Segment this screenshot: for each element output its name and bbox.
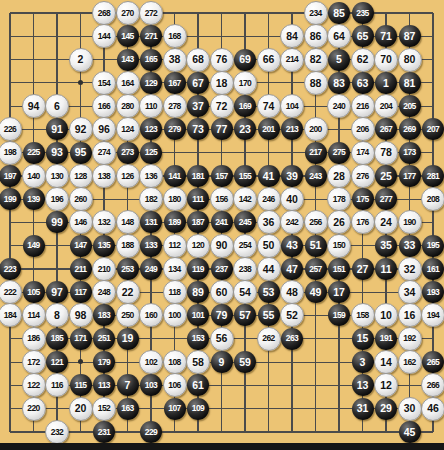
stone-white-10: 10 [374, 303, 398, 327]
stone-black-177: 177 [399, 165, 421, 187]
stone-white-124: 124 [116, 117, 140, 141]
stone-white-106: 106 [163, 373, 187, 397]
stone-black-199: 199 [0, 188, 21, 210]
stone-black-3: 3 [352, 351, 374, 373]
stone-white-118: 118 [163, 280, 187, 304]
stone-black-167: 167 [164, 72, 186, 94]
stone-black-231: 231 [93, 421, 115, 443]
stone-black-181: 181 [187, 165, 209, 187]
stone-white-116: 116 [45, 373, 69, 397]
stone-black-73: 73 [187, 118, 209, 140]
stone-white-52: 52 [280, 303, 304, 327]
stone-black-37: 37 [187, 95, 209, 117]
stone-white-168: 168 [163, 24, 187, 48]
stone-black-103: 103 [140, 374, 162, 396]
stone-black-95: 95 [70, 142, 92, 164]
stone-black-91: 91 [46, 118, 68, 140]
stone-white-226: 226 [0, 117, 22, 141]
stone-black-29: 29 [375, 398, 397, 420]
stone-black-151: 151 [328, 258, 350, 280]
stone-white-120: 120 [186, 234, 210, 258]
stone-black-191: 191 [375, 328, 397, 350]
stone-black-267: 267 [375, 118, 397, 140]
stone-white-122: 122 [22, 373, 46, 397]
stone-black-61: 61 [187, 374, 209, 396]
stone-white-34: 34 [398, 280, 422, 304]
stone-black-69: 69 [234, 49, 256, 71]
stone-black-23: 23 [234, 118, 256, 140]
stone-white-240: 240 [327, 94, 351, 118]
stone-black-265: 265 [422, 351, 444, 373]
stone-white-96: 96 [92, 117, 116, 141]
stone-white-14: 14 [374, 350, 398, 374]
stone-black-99: 99 [46, 211, 68, 233]
stone-white-150: 150 [327, 234, 351, 258]
stone-white-36: 36 [257, 210, 281, 234]
stone-white-148: 148 [116, 210, 140, 234]
stone-white-24: 24 [374, 210, 398, 234]
stone-black-275: 275 [328, 142, 350, 164]
stone-white-144: 144 [92, 24, 116, 48]
stone-white-22: 22 [116, 280, 140, 304]
stone-white-94: 94 [22, 94, 46, 118]
stone-white-194: 194 [421, 303, 444, 327]
stone-white-174: 174 [351, 141, 375, 165]
stone-white-254: 254 [233, 234, 257, 258]
stone-white-30: 30 [398, 397, 422, 421]
stone-white-54: 54 [233, 280, 257, 304]
stone-white-242: 242 [280, 210, 304, 234]
stone-white-160: 160 [139, 303, 163, 327]
stone-white-74: 74 [257, 94, 281, 118]
stone-black-205: 205 [399, 95, 421, 117]
stone-white-248: 248 [92, 280, 116, 304]
stone-black-277: 277 [375, 188, 397, 210]
stone-white-126: 126 [116, 164, 140, 188]
stone-black-9: 9 [211, 351, 233, 373]
stone-white-66: 66 [257, 48, 281, 72]
stone-white-138: 138 [92, 164, 116, 188]
stone-black-141: 141 [164, 165, 186, 187]
stone-white-190: 190 [398, 210, 422, 234]
stone-black-71: 71 [375, 25, 397, 47]
stone-white-280: 280 [116, 94, 140, 118]
stone-black-113: 113 [93, 374, 115, 396]
stone-white-270: 270 [116, 1, 140, 25]
stone-white-166: 166 [92, 94, 116, 118]
stone-white-64: 64 [327, 24, 351, 48]
stone-black-273: 273 [117, 142, 139, 164]
stone-black-153: 153 [187, 328, 209, 350]
stone-white-90: 90 [210, 234, 234, 258]
stone-black-121: 121 [46, 351, 68, 373]
stone-black-157: 157 [211, 165, 233, 187]
stone-black-257: 257 [305, 258, 327, 280]
stone-white-198: 198 [0, 141, 22, 165]
stone-black-109: 109 [187, 398, 209, 420]
stone-white-182: 182 [139, 187, 163, 211]
stone-black-57: 57 [234, 304, 256, 326]
stone-black-159: 159 [328, 304, 350, 326]
stone-black-123: 123 [140, 118, 162, 140]
stone-black-63: 63 [352, 72, 374, 94]
stone-white-268: 268 [92, 1, 116, 25]
stone-white-276: 276 [351, 164, 375, 188]
stone-black-117: 117 [70, 281, 92, 303]
stone-white-98: 98 [69, 303, 93, 327]
stone-black-217: 217 [305, 142, 327, 164]
stone-black-53: 53 [258, 281, 280, 303]
stone-white-112: 112 [163, 234, 187, 258]
stone-black-169: 169 [234, 95, 256, 117]
stone-black-125: 125 [140, 142, 162, 164]
stone-white-68: 68 [186, 48, 210, 72]
stone-black-15: 15 [352, 328, 374, 350]
stone-white-146: 146 [69, 210, 93, 234]
stone-black-155: 155 [234, 165, 256, 187]
stone-black-17: 17 [328, 281, 350, 303]
stone-white-250: 250 [116, 303, 140, 327]
stone-white-76: 76 [210, 48, 234, 72]
stone-white-266: 266 [421, 373, 444, 397]
stone-white-192: 192 [398, 327, 422, 351]
stone-black-175: 175 [352, 188, 374, 210]
stone-black-11: 11 [375, 258, 397, 280]
stone-white-102: 102 [139, 350, 163, 374]
stone-black-51: 51 [305, 235, 327, 257]
stone-white-142: 142 [233, 187, 257, 211]
stone-white-162: 162 [398, 350, 422, 374]
stone-white-196: 196 [45, 187, 69, 211]
stone-black-145: 145 [117, 25, 139, 47]
stone-white-86: 86 [304, 24, 328, 48]
stone-white-262: 262 [257, 327, 281, 351]
stone-white-272: 272 [139, 1, 163, 25]
stone-white-256: 256 [304, 210, 328, 234]
stone-white-206: 206 [351, 117, 375, 141]
stone-black-183: 183 [93, 304, 115, 326]
stone-black-115: 115 [70, 374, 92, 396]
stone-white-130: 130 [45, 164, 69, 188]
stone-white-140: 140 [22, 164, 46, 188]
stones-grid: 2682702722348523514414527116884866465718… [0, 1, 444, 443]
stone-black-111: 111 [187, 188, 209, 210]
stone-black-249: 249 [140, 258, 162, 280]
stone-black-171: 171 [70, 328, 92, 350]
stone-black-197: 197 [0, 165, 21, 187]
stone-black-93: 93 [46, 142, 68, 164]
stone-black-225: 225 [23, 142, 45, 164]
stone-white-234: 234 [304, 1, 328, 25]
stone-white-246: 246 [257, 187, 281, 211]
go-kifu-diagram: 2682702722348523514414527116884866465718… [0, 0, 444, 450]
stone-white-46: 46 [421, 397, 444, 421]
stone-black-143: 143 [117, 49, 139, 71]
stone-white-56: 56 [210, 327, 234, 351]
stone-white-184: 184 [0, 303, 22, 327]
stone-white-78: 78 [374, 141, 398, 165]
stone-white-12: 12 [374, 373, 398, 397]
stone-black-213: 213 [281, 118, 303, 140]
stone-black-55: 55 [258, 304, 280, 326]
stone-white-232: 232 [45, 420, 69, 444]
stone-black-107: 107 [164, 398, 186, 420]
stone-black-245: 245 [234, 211, 256, 233]
stone-white-60: 60 [210, 280, 234, 304]
stone-white-188: 188 [116, 234, 140, 258]
stone-white-104: 104 [280, 94, 304, 118]
stone-white-260: 260 [69, 187, 93, 211]
stone-black-33: 33 [399, 235, 421, 257]
stone-white-170: 170 [233, 71, 257, 95]
stone-black-149: 149 [23, 235, 45, 257]
stone-white-70: 70 [374, 48, 398, 72]
stone-white-200: 200 [304, 117, 328, 141]
stone-black-105: 105 [23, 281, 45, 303]
stone-black-223: 223 [0, 258, 21, 280]
stone-black-229: 229 [140, 421, 162, 443]
stone-black-235: 235 [352, 2, 374, 24]
stone-white-172: 172 [22, 350, 46, 374]
stone-white-84: 84 [280, 24, 304, 48]
stone-black-201: 201 [258, 118, 280, 140]
stone-white-278: 278 [163, 94, 187, 118]
stone-black-135: 135 [93, 235, 115, 257]
stone-white-134: 134 [163, 257, 187, 281]
stone-black-85: 85 [328, 2, 350, 24]
stone-black-161: 161 [422, 258, 444, 280]
stone-black-77: 77 [211, 118, 233, 140]
stone-white-110: 110 [139, 94, 163, 118]
stone-black-59: 59 [234, 351, 256, 373]
stone-black-269: 269 [399, 118, 421, 140]
stone-white-180: 180 [163, 187, 187, 211]
stone-white-208: 208 [421, 187, 444, 211]
stone-black-133: 133 [140, 235, 162, 257]
stone-black-119: 119 [187, 258, 209, 280]
stone-black-173: 173 [399, 142, 421, 164]
stone-white-50: 50 [257, 234, 281, 258]
stone-white-16: 16 [398, 303, 422, 327]
stone-black-251: 251 [93, 328, 115, 350]
stone-white-82: 82 [304, 48, 328, 72]
stone-black-211: 211 [70, 258, 92, 280]
stone-white-220: 220 [22, 397, 46, 421]
stone-white-164: 164 [116, 71, 140, 95]
stone-black-185: 185 [46, 328, 68, 350]
stone-black-87: 87 [399, 25, 421, 47]
stone-white-274: 274 [92, 141, 116, 165]
stone-white-154: 154 [92, 71, 116, 95]
stone-black-1: 1 [375, 72, 397, 94]
stone-black-35: 35 [375, 235, 397, 257]
stone-black-237: 237 [211, 258, 233, 280]
stone-black-79: 79 [211, 304, 233, 326]
stone-black-27: 27 [352, 258, 374, 280]
stone-white-136: 136 [139, 164, 163, 188]
stone-white-72: 72 [210, 94, 234, 118]
stone-white-18: 18 [210, 71, 234, 95]
stone-white-92: 92 [69, 117, 93, 141]
stone-black-89: 89 [187, 281, 209, 303]
stone-black-193: 193 [422, 281, 444, 303]
stone-black-19: 19 [117, 328, 139, 350]
stone-white-20: 20 [69, 397, 93, 421]
stone-black-45: 45 [399, 421, 421, 443]
stone-white-2: 2 [69, 48, 93, 72]
bottom-border [0, 443, 444, 450]
stone-black-179: 179 [93, 351, 115, 373]
stone-black-31: 31 [352, 398, 374, 420]
stone-black-67: 67 [187, 72, 209, 94]
stone-white-176: 176 [351, 210, 375, 234]
stone-black-101: 101 [187, 304, 209, 326]
stone-white-222: 222 [0, 280, 22, 304]
stone-black-47: 47 [281, 258, 303, 280]
stone-black-39: 39 [281, 165, 303, 187]
stone-black-83: 83 [328, 72, 350, 94]
stone-black-279: 279 [164, 118, 186, 140]
stone-black-271: 271 [140, 25, 162, 47]
stone-white-178: 178 [327, 187, 351, 211]
stone-white-8: 8 [45, 303, 69, 327]
stone-white-58: 58 [186, 350, 210, 374]
stone-white-26: 26 [327, 210, 351, 234]
stone-white-156: 156 [210, 187, 234, 211]
stone-black-263: 263 [281, 328, 303, 350]
stone-white-210: 210 [92, 257, 116, 281]
stone-white-32: 32 [398, 257, 422, 281]
stone-black-49: 49 [305, 281, 327, 303]
stone-black-13: 13 [352, 374, 374, 396]
stone-black-97: 97 [46, 281, 68, 303]
stone-black-253: 253 [117, 258, 139, 280]
stone-white-114: 114 [22, 303, 46, 327]
stone-black-241: 241 [211, 211, 233, 233]
stone-white-186: 186 [22, 327, 46, 351]
stone-black-165: 165 [140, 49, 162, 71]
stone-black-189: 189 [164, 211, 186, 233]
stone-black-65: 65 [352, 25, 374, 47]
stone-white-44: 44 [257, 257, 281, 281]
stone-white-128: 128 [69, 164, 93, 188]
stone-black-131: 131 [140, 211, 162, 233]
stone-black-163: 163 [117, 398, 139, 420]
stone-white-216: 216 [351, 94, 375, 118]
stone-black-7: 7 [117, 374, 139, 396]
stone-black-243: 243 [305, 165, 327, 187]
stone-white-28: 28 [327, 164, 351, 188]
stone-white-158: 158 [351, 303, 375, 327]
stone-black-43: 43 [281, 235, 303, 257]
stone-white-40: 40 [280, 187, 304, 211]
stone-black-195: 195 [422, 235, 444, 257]
stone-black-25: 25 [375, 165, 397, 187]
stone-black-281: 281 [422, 165, 444, 187]
stone-white-132: 132 [92, 210, 116, 234]
stone-white-108: 108 [163, 350, 187, 374]
stone-white-88: 88 [304, 71, 328, 95]
stone-white-152: 152 [92, 397, 116, 421]
stone-white-6: 6 [45, 94, 69, 118]
stone-white-80: 80 [398, 48, 422, 72]
stone-white-48: 48 [280, 280, 304, 304]
stone-white-38: 38 [163, 48, 187, 72]
stone-white-214: 214 [280, 48, 304, 72]
stone-white-238: 238 [233, 257, 257, 281]
stone-white-204: 204 [374, 94, 398, 118]
stone-black-5: 5 [328, 49, 350, 71]
stone-black-139: 139 [23, 188, 45, 210]
stone-black-187: 187 [187, 211, 209, 233]
stone-black-129: 129 [140, 72, 162, 94]
stone-white-62: 62 [351, 48, 375, 72]
stone-black-81: 81 [399, 72, 421, 94]
stone-black-41: 41 [258, 165, 280, 187]
stone-black-147: 147 [70, 235, 92, 257]
stone-black-207: 207 [422, 118, 444, 140]
stone-white-100: 100 [163, 303, 187, 327]
